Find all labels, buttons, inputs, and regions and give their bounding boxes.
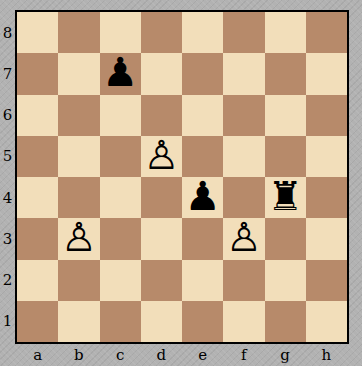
piece-black-pawn-e4: ♟ [185, 177, 221, 217]
square-a1[interactable] [17, 301, 58, 342]
square-g1[interactable] [265, 301, 306, 342]
square-b2[interactable] [58, 260, 99, 301]
square-h2[interactable] [306, 260, 347, 301]
rank-label-3: 3 [0, 218, 15, 259]
square-b5[interactable] [58, 136, 99, 177]
square-f3[interactable]: ♙ [223, 218, 264, 259]
rank-label-8: 8 [0, 12, 15, 53]
square-f1[interactable] [223, 301, 264, 342]
square-h4[interactable] [306, 177, 347, 218]
square-g5[interactable] [265, 136, 306, 177]
square-a5[interactable] [17, 136, 58, 177]
square-f5[interactable] [223, 136, 264, 177]
square-b4[interactable] [58, 177, 99, 218]
rank-label-7: 7 [0, 53, 15, 94]
square-e4[interactable]: ♟ [182, 177, 223, 218]
piece-black-pawn-c7: ♟ [102, 53, 138, 93]
file-label-b: b [58, 344, 99, 365]
square-d8[interactable] [141, 12, 182, 53]
square-f2[interactable] [223, 260, 264, 301]
square-d3[interactable] [141, 218, 182, 259]
square-f8[interactable] [223, 12, 264, 53]
square-e1[interactable] [182, 301, 223, 342]
piece-black-rook-g4: ♜ [267, 177, 303, 217]
square-d4[interactable] [141, 177, 182, 218]
square-d1[interactable] [141, 301, 182, 342]
square-c5[interactable] [100, 136, 141, 177]
square-e7[interactable] [182, 53, 223, 94]
square-h5[interactable] [306, 136, 347, 177]
square-c2[interactable] [100, 260, 141, 301]
square-a2[interactable] [17, 260, 58, 301]
square-a3[interactable] [17, 218, 58, 259]
square-b7[interactable] [58, 53, 99, 94]
file-labels: abcdefgh [17, 344, 347, 365]
piece-white-pawn-d5: ♙ [143, 136, 179, 176]
square-h6[interactable] [306, 95, 347, 136]
square-c3[interactable] [100, 218, 141, 259]
square-b8[interactable] [58, 12, 99, 53]
square-b6[interactable] [58, 95, 99, 136]
square-c8[interactable] [100, 12, 141, 53]
piece-white-pawn-b3: ♙ [61, 218, 97, 258]
square-h8[interactable] [306, 12, 347, 53]
square-d2[interactable] [141, 260, 182, 301]
file-label-c: c [100, 344, 141, 365]
square-c1[interactable] [100, 301, 141, 342]
square-b3[interactable]: ♙ [58, 218, 99, 259]
rank-label-1: 1 [0, 301, 15, 342]
file-label-e: e [182, 344, 223, 365]
square-g3[interactable] [265, 218, 306, 259]
square-d6[interactable] [141, 95, 182, 136]
file-label-g: g [265, 344, 306, 365]
square-d5[interactable]: ♙ [141, 136, 182, 177]
square-f6[interactable] [223, 95, 264, 136]
square-d7[interactable] [141, 53, 182, 94]
square-b1[interactable] [58, 301, 99, 342]
square-g8[interactable] [265, 12, 306, 53]
square-g2[interactable] [265, 260, 306, 301]
file-label-d: d [141, 344, 182, 365]
file-label-a: a [17, 344, 58, 365]
square-a4[interactable] [17, 177, 58, 218]
square-h1[interactable] [306, 301, 347, 342]
square-e3[interactable] [182, 218, 223, 259]
square-e2[interactable] [182, 260, 223, 301]
square-h7[interactable] [306, 53, 347, 94]
square-e6[interactable] [182, 95, 223, 136]
square-g6[interactable] [265, 95, 306, 136]
square-a6[interactable] [17, 95, 58, 136]
rank-label-2: 2 [0, 260, 15, 301]
file-label-h: h [306, 344, 347, 365]
chess-board: ♟♙♟♜♙♙ [15, 10, 349, 344]
square-g4[interactable]: ♜ [265, 177, 306, 218]
square-e5[interactable] [182, 136, 223, 177]
square-c6[interactable] [100, 95, 141, 136]
square-c4[interactable] [100, 177, 141, 218]
rank-labels: 87654321 [0, 12, 15, 342]
rank-label-4: 4 [0, 177, 15, 218]
chess-board-diagram: 87654321 ♟♙♟♜♙♙ abcdefgh [0, 0, 362, 366]
rank-label-5: 5 [0, 136, 15, 177]
square-a7[interactable] [17, 53, 58, 94]
piece-white-pawn-f3: ♙ [226, 218, 262, 258]
square-e8[interactable] [182, 12, 223, 53]
square-h3[interactable] [306, 218, 347, 259]
square-g7[interactable] [265, 53, 306, 94]
square-f4[interactable] [223, 177, 264, 218]
square-a8[interactable] [17, 12, 58, 53]
file-label-f: f [223, 344, 264, 365]
square-c7[interactable]: ♟ [100, 53, 141, 94]
rank-label-6: 6 [0, 95, 15, 136]
square-f7[interactable] [223, 53, 264, 94]
